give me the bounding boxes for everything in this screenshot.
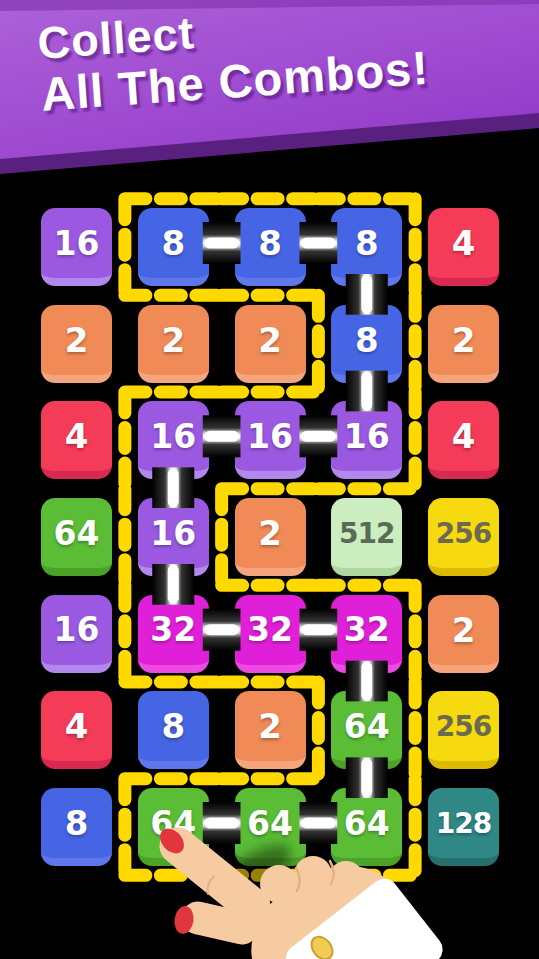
tile-r4c3[interactable]: 2 xyxy=(235,498,306,576)
tile-r1c5[interactable]: 4 xyxy=(428,208,499,286)
game-board: 1688842228241616164641625122561632323224… xyxy=(0,0,539,959)
tile-r2c4[interactable]: 8 xyxy=(331,305,402,383)
tile-r3c2[interactable]: 16 xyxy=(138,401,209,479)
tile-r6c3[interactable]: 2 xyxy=(235,691,306,769)
tile-r3c3[interactable]: 16 xyxy=(235,401,306,479)
tile-r5c3[interactable]: 32 xyxy=(235,595,306,673)
tile-r2c5[interactable]: 2 xyxy=(428,305,499,383)
app-screen: { "game": "2248 number-chain merge puzzl… xyxy=(0,0,539,959)
tile-r7c2[interactable]: 64 xyxy=(138,788,209,866)
tile-r2c3[interactable]: 2 xyxy=(235,305,306,383)
tile-r4c1[interactable]: 64 xyxy=(41,498,112,576)
tile-r6c2[interactable]: 8 xyxy=(138,691,209,769)
tile-r5c4[interactable]: 32 xyxy=(331,595,402,673)
tile-r7c4[interactable]: 64 xyxy=(331,788,402,866)
tile-r4c2[interactable]: 16 xyxy=(138,498,209,576)
tile-r7c5[interactable]: 128 xyxy=(428,788,499,866)
tile-r4c4[interactable]: 512 xyxy=(331,498,402,576)
tile-r5c2[interactable]: 32 xyxy=(138,595,209,673)
tile-r5c1[interactable]: 16 xyxy=(41,595,112,673)
tile-r2c1[interactable]: 2 xyxy=(41,305,112,383)
tile-r1c2[interactable]: 8 xyxy=(138,208,209,286)
tile-r1c4[interactable]: 8 xyxy=(331,208,402,286)
tile-r7c3[interactable]: 64 xyxy=(235,788,306,866)
tile-r4c5[interactable]: 256 xyxy=(428,498,499,576)
tile-r1c3[interactable]: 8 xyxy=(235,208,306,286)
tile-r2c2[interactable]: 2 xyxy=(138,305,209,383)
tile-r6c5[interactable]: 256 xyxy=(428,691,499,769)
tile-r1c1[interactable]: 16 xyxy=(41,208,112,286)
tile-r3c5[interactable]: 4 xyxy=(428,401,499,479)
tile-r3c1[interactable]: 4 xyxy=(41,401,112,479)
tile-r5c5[interactable]: 2 xyxy=(428,595,499,673)
tile-r3c4[interactable]: 16 xyxy=(331,401,402,479)
tile-r7c1[interactable]: 8 xyxy=(41,788,112,866)
tile-r6c1[interactable]: 4 xyxy=(41,691,112,769)
tile-r6c4[interactable]: 64 xyxy=(331,691,402,769)
